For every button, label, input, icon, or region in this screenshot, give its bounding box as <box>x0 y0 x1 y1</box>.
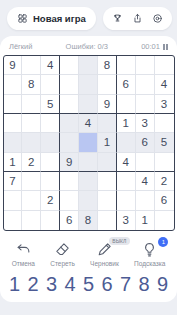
cell-r2c4[interactable] <box>60 75 79 94</box>
numpad-6[interactable]: 6 <box>101 274 112 294</box>
number-pad: 123456789 <box>0 267 177 294</box>
cell-r2c1[interactable] <box>4 75 23 94</box>
cell-r6c9[interactable] <box>155 153 174 172</box>
grid-icon <box>17 13 28 24</box>
cell-r1c7[interactable] <box>117 56 136 75</box>
numpad-2[interactable]: 2 <box>27 274 38 294</box>
cell-r1c5[interactable] <box>79 56 98 75</box>
top-actions <box>103 7 172 30</box>
notes-button[interactable]: Черновик ВЫКЛ <box>90 241 119 267</box>
cell-r1c4[interactable] <box>60 56 79 75</box>
cell-r5c2[interactable] <box>22 133 41 152</box>
cell-r8c1[interactable] <box>4 191 23 210</box>
sudoku-app: Новая игра Лёгкий Ошибки: 0/3 00:01 <box>0 0 177 315</box>
bulb-icon <box>141 241 158 258</box>
timer-value: 00:01 <box>141 42 160 51</box>
numpad-8[interactable]: 8 <box>138 274 149 294</box>
cell-r9c1[interactable] <box>4 211 23 230</box>
cell-r9c6[interactable] <box>98 211 117 230</box>
cell-r7c3[interactable] <box>41 172 60 191</box>
cell-r5c3[interactable] <box>41 133 60 152</box>
tool-bar: Отмена Стереть Черновик ВЫКЛ <box>0 231 177 267</box>
cell-r6c2[interactable]: 2 <box>22 153 41 172</box>
cell-r5c5[interactable] <box>79 133 98 152</box>
undo-icon <box>15 241 32 258</box>
cell-r7c9[interactable]: 2 <box>155 172 174 191</box>
numpad-4[interactable]: 4 <box>64 274 75 294</box>
cell-r9c7[interactable]: 3 <box>117 211 136 230</box>
cell-r5c4[interactable] <box>60 133 79 152</box>
cell-r3c2[interactable] <box>22 95 41 114</box>
cell-r7c7[interactable] <box>117 172 136 191</box>
top-bar: Новая игра <box>0 0 177 36</box>
cell-r6c4[interactable]: 9 <box>60 153 79 172</box>
cell-r2c7[interactable]: 6 <box>117 75 136 94</box>
cell-r8c9[interactable]: 6 <box>155 191 174 210</box>
cell-r4c9[interactable] <box>155 114 174 133</box>
cell-r7c4[interactable] <box>60 172 79 191</box>
cell-r7c5[interactable] <box>79 172 98 191</box>
cell-r3c5[interactable] <box>79 95 98 114</box>
cell-r1c1[interactable]: 9 <box>4 56 23 75</box>
cell-r5c8[interactable]: 6 <box>136 133 155 152</box>
cell-r5c7[interactable] <box>117 133 136 152</box>
cell-r1c2[interactable] <box>22 56 41 75</box>
numpad-5[interactable]: 5 <box>83 274 94 294</box>
erase-button[interactable]: Стереть <box>50 241 75 267</box>
cell-r4c8[interactable]: 3 <box>136 114 155 133</box>
cell-r4c4[interactable] <box>60 114 79 133</box>
cell-r3c1[interactable] <box>4 95 23 114</box>
difficulty-label: Лёгкий <box>9 42 33 51</box>
cell-r4c6[interactable] <box>98 114 117 133</box>
share-icon[interactable] <box>132 13 143 24</box>
cell-r2c9[interactable]: 4 <box>155 75 174 94</box>
cell-r4c5[interactable]: 4 <box>79 114 98 133</box>
cell-r9c9[interactable] <box>155 211 174 230</box>
cell-r4c1[interactable] <box>4 114 23 133</box>
erase-label: Стереть <box>50 260 75 267</box>
undo-label: Отмена <box>12 260 35 267</box>
numpad-3[interactable]: 3 <box>46 274 57 294</box>
cell-r6c3[interactable] <box>41 153 60 172</box>
hint-button[interactable]: Подсказка 1 <box>134 241 165 267</box>
new-game-label: Новая игра <box>33 13 86 24</box>
cell-r3c6[interactable]: 9 <box>98 95 117 114</box>
cell-r2c5[interactable] <box>79 75 98 94</box>
cell-r8c2[interactable] <box>22 191 41 210</box>
cell-r4c3[interactable] <box>41 114 60 133</box>
cell-r2c6[interactable] <box>98 75 117 94</box>
cell-r9c4[interactable]: 6 <box>60 211 79 230</box>
cell-r3c9[interactable]: 3 <box>155 95 174 114</box>
cell-r3c3[interactable]: 5 <box>41 95 60 114</box>
undo-button[interactable]: Отмена <box>12 241 35 267</box>
hint-count-badge: 1 <box>158 237 168 247</box>
mistakes-label: Ошибки: 0/3 <box>66 42 108 51</box>
cell-r6c6[interactable] <box>98 153 117 172</box>
numpad-1[interactable]: 1 <box>9 274 20 294</box>
cell-r7c1[interactable]: 7 <box>4 172 23 191</box>
cell-r9c8[interactable]: 1 <box>136 211 155 230</box>
notes-off-badge: ВЫКЛ <box>109 237 130 245</box>
cell-r7c6[interactable] <box>98 172 117 191</box>
cell-r4c2[interactable] <box>22 114 41 133</box>
cell-r3c4[interactable] <box>60 95 79 114</box>
cell-r9c3[interactable] <box>41 211 60 230</box>
status-bar: Лёгкий Ошибки: 0/3 00:01 <box>0 36 177 54</box>
cell-r8c5[interactable] <box>79 191 98 210</box>
cell-r7c2[interactable] <box>22 172 41 191</box>
cell-r4c7[interactable]: 1 <box>117 114 136 133</box>
cell-r1c3[interactable]: 4 <box>41 56 60 75</box>
cell-r9c5[interactable]: 8 <box>79 211 98 230</box>
numpad-9[interactable]: 9 <box>157 274 168 294</box>
cell-r2c3[interactable] <box>41 75 60 94</box>
new-game-button[interactable]: Новая игра <box>7 7 96 30</box>
cell-r6c8[interactable] <box>136 153 155 172</box>
cell-r8c8[interactable] <box>136 191 155 210</box>
cell-r5c9[interactable]: 5 <box>155 133 174 152</box>
timer: 00:01 <box>141 42 168 51</box>
cell-r8c4[interactable] <box>60 191 79 210</box>
cell-r2c8[interactable] <box>136 75 155 94</box>
cell-r9c2[interactable] <box>22 211 41 230</box>
cell-r6c1[interactable]: 1 <box>4 153 23 172</box>
cell-r5c6[interactable]: 1 <box>98 133 117 152</box>
cell-r2c2[interactable]: 8 <box>22 75 41 94</box>
trophy-icon[interactable] <box>112 13 123 24</box>
cell-r8c7[interactable] <box>117 191 136 210</box>
cell-r7c8[interactable]: 4 <box>136 172 155 191</box>
notes-label: Черновик <box>90 260 119 267</box>
cell-r1c8[interactable] <box>136 56 155 75</box>
cell-r1c9[interactable] <box>155 56 174 75</box>
settings-icon[interactable] <box>152 13 163 24</box>
numpad-7[interactable]: 7 <box>120 274 131 294</box>
cell-r3c8[interactable] <box>136 95 155 114</box>
cell-r8c3[interactable]: 2 <box>41 191 60 210</box>
cell-r3c7[interactable] <box>117 95 136 114</box>
game-card: Лёгкий Ошибки: 0/3 00:01 948864593413165… <box>0 36 177 302</box>
cell-r5c1[interactable] <box>4 133 23 152</box>
pause-button[interactable] <box>163 44 168 50</box>
cell-r6c5[interactable] <box>79 153 98 172</box>
cell-r8c6[interactable] <box>98 191 117 210</box>
eraser-icon <box>54 241 71 258</box>
cell-r1c6[interactable]: 8 <box>98 56 117 75</box>
cell-r6c7[interactable]: 4 <box>117 153 136 172</box>
hint-label: Подсказка <box>134 260 165 267</box>
sudoku-board: 9488645934131651294742266831 <box>3 55 175 231</box>
